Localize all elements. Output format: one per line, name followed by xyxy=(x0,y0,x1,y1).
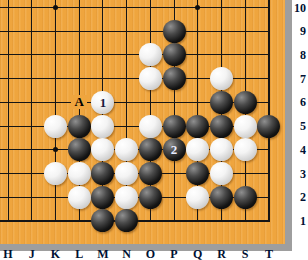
grid-line-col-K xyxy=(55,0,56,222)
coord-col-J: J xyxy=(22,247,42,260)
black-stone-P5 xyxy=(163,115,186,138)
black-stone-P7 xyxy=(163,67,186,90)
grid-line-row-8 xyxy=(0,54,270,55)
white-stone-S5 xyxy=(234,115,257,138)
black-stone-L4 xyxy=(68,138,91,161)
mark-A-L6: A xyxy=(71,95,87,109)
go-board[interactable]: 12A xyxy=(0,0,285,244)
coord-col-O: O xyxy=(140,247,160,260)
grid-line-col-J xyxy=(31,0,32,222)
coord-row-9: 9 xyxy=(289,24,306,38)
black-stone-T5 xyxy=(257,115,280,138)
coord-row-8: 8 xyxy=(289,48,306,62)
grid-line-col-H xyxy=(8,0,9,222)
coord-col-N: N xyxy=(117,247,137,260)
coord-row-3: 3 xyxy=(289,167,306,181)
coord-col-L: L xyxy=(69,247,89,260)
white-stone-O7 xyxy=(139,67,162,90)
black-stone-S6 xyxy=(234,91,257,114)
coord-col-K: K xyxy=(45,247,65,260)
black-stone-M2 xyxy=(91,186,114,209)
move-2-stone-P4: 2 xyxy=(163,138,186,161)
black-stone-Q3 xyxy=(186,162,209,185)
white-stone-Q2 xyxy=(186,186,209,209)
white-stone-R7 xyxy=(210,67,233,90)
white-stone-K5 xyxy=(44,115,67,138)
black-stone-M1 xyxy=(91,209,114,232)
star-point-Q10 xyxy=(195,5,200,10)
white-stone-Q4 xyxy=(186,138,209,161)
white-stone-L2 xyxy=(68,186,91,209)
black-stone-O2 xyxy=(139,186,162,209)
coord-col-S: S xyxy=(235,247,255,260)
black-stone-Q5 xyxy=(186,115,209,138)
coord-row-10: 10 xyxy=(289,1,306,15)
black-stone-O4 xyxy=(139,138,162,161)
white-stone-M5 xyxy=(91,115,114,138)
black-stone-N1 xyxy=(115,209,138,232)
coord-row-6: 6 xyxy=(289,95,306,109)
black-stone-O3 xyxy=(139,162,162,185)
white-stone-S4 xyxy=(234,138,257,161)
coord-col-T: T xyxy=(259,247,279,260)
black-stone-P9 xyxy=(163,20,186,43)
move-1-stone-M6: 1 xyxy=(91,91,114,114)
coord-col-P: P xyxy=(164,247,184,260)
white-stone-L3 xyxy=(68,162,91,185)
go-diagram: 12A HJKLMNOPQRST10987654321 xyxy=(0,0,308,260)
black-stone-R2 xyxy=(210,186,233,209)
black-stone-M3 xyxy=(91,162,114,185)
black-stone-R6 xyxy=(210,91,233,114)
coord-col-R: R xyxy=(211,247,231,260)
coord-col-H: H xyxy=(0,247,18,260)
coord-row-1: 1 xyxy=(289,214,306,228)
star-point-K4 xyxy=(53,147,58,152)
white-stone-R3 xyxy=(210,162,233,185)
coord-row-7: 7 xyxy=(289,72,306,86)
black-stone-P8 xyxy=(163,43,186,66)
coord-row-2: 2 xyxy=(289,190,306,204)
grid-line-col-T xyxy=(268,0,270,222)
white-stone-N3 xyxy=(115,162,138,185)
black-stone-S2 xyxy=(234,186,257,209)
coord-row-5: 5 xyxy=(289,119,306,133)
white-stone-R4 xyxy=(210,138,233,161)
star-point-K10 xyxy=(53,5,58,10)
grid-line-row-10 xyxy=(0,7,270,8)
black-stone-R5 xyxy=(210,115,233,138)
coord-col-M: M xyxy=(93,247,113,260)
white-stone-N4 xyxy=(115,138,138,161)
grid-line-row-9 xyxy=(0,31,270,32)
white-stone-M4 xyxy=(91,138,114,161)
white-stone-O8 xyxy=(139,43,162,66)
coord-col-Q: Q xyxy=(188,247,208,260)
white-stone-O5 xyxy=(139,115,162,138)
black-stone-L5 xyxy=(68,115,91,138)
white-stone-N2 xyxy=(115,186,138,209)
white-stone-K3 xyxy=(44,162,67,185)
coord-row-4: 4 xyxy=(289,143,306,157)
